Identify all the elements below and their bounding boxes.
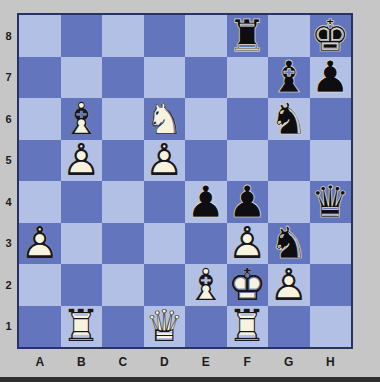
black-king[interactable]: ♚ bbox=[310, 15, 352, 57]
square-a4[interactable] bbox=[19, 181, 61, 223]
chess-board[interactable]: ♜♚♝♟♝♗♞♘♞♟♙♟♙♟♟♛♟♙♟♙♞♝♗♚♔♟♙♜♖♛♕♜♖ bbox=[17, 13, 353, 349]
square-d2[interactable] bbox=[144, 264, 186, 306]
square-b8[interactable] bbox=[61, 15, 103, 57]
square-g2[interactable]: ♟♙ bbox=[268, 264, 310, 306]
square-h5[interactable] bbox=[310, 140, 352, 182]
square-c7[interactable] bbox=[102, 57, 144, 99]
square-d5[interactable]: ♟♙ bbox=[144, 140, 186, 182]
square-b2[interactable] bbox=[61, 264, 103, 306]
square-g3[interactable]: ♞ bbox=[268, 223, 310, 265]
square-b4[interactable] bbox=[61, 181, 103, 223]
square-d7[interactable] bbox=[144, 57, 186, 99]
white-pawn[interactable]: ♙ bbox=[61, 140, 103, 182]
square-c6[interactable] bbox=[102, 98, 144, 140]
square-f1[interactable]: ♜♖ bbox=[227, 306, 269, 348]
white-rook[interactable]: ♖ bbox=[61, 306, 103, 348]
file-label-d: D bbox=[144, 351, 186, 373]
file-label-h: H bbox=[310, 351, 352, 373]
square-d3[interactable] bbox=[144, 223, 186, 265]
square-g6[interactable]: ♞ bbox=[268, 98, 310, 140]
square-h7[interactable]: ♟ bbox=[310, 57, 352, 99]
square-f3[interactable]: ♟♙ bbox=[227, 223, 269, 265]
square-f2[interactable]: ♚♔ bbox=[227, 264, 269, 306]
square-a8[interactable] bbox=[19, 15, 61, 57]
window-bottom-border bbox=[0, 377, 380, 382]
square-a3[interactable]: ♟♙ bbox=[19, 223, 61, 265]
square-e3[interactable] bbox=[185, 223, 227, 265]
rank-label-5: 5 bbox=[0, 140, 17, 182]
square-h2[interactable] bbox=[310, 264, 352, 306]
rank-label-3: 3 bbox=[0, 223, 17, 265]
square-c8[interactable] bbox=[102, 15, 144, 57]
rank-label-8: 8 bbox=[0, 15, 17, 57]
square-a5[interactable] bbox=[19, 140, 61, 182]
square-d4[interactable] bbox=[144, 181, 186, 223]
white-pawn[interactable]: ♙ bbox=[144, 140, 186, 182]
white-bishop[interactable]: ♗ bbox=[61, 98, 103, 140]
square-g4[interactable] bbox=[268, 181, 310, 223]
square-e2[interactable]: ♝♗ bbox=[185, 264, 227, 306]
square-h8[interactable]: ♚ bbox=[310, 15, 352, 57]
file-label-b: B bbox=[61, 351, 103, 373]
square-h3[interactable] bbox=[310, 223, 352, 265]
square-b5[interactable]: ♟♙ bbox=[61, 140, 103, 182]
white-pawn[interactable]: ♙ bbox=[227, 223, 269, 265]
rank-labels: 87654321 bbox=[0, 15, 17, 347]
square-h4[interactable]: ♛ bbox=[310, 181, 352, 223]
white-bishop-fill: ♝ bbox=[185, 264, 227, 306]
file-label-e: E bbox=[185, 351, 227, 373]
white-king[interactable]: ♔ bbox=[227, 264, 269, 306]
square-b6[interactable]: ♝♗ bbox=[61, 98, 103, 140]
square-d1[interactable]: ♛♕ bbox=[144, 306, 186, 348]
file-labels: ABCDEFGH bbox=[19, 351, 351, 373]
white-bishop[interactable]: ♗ bbox=[185, 264, 227, 306]
white-king-fill: ♚ bbox=[227, 264, 269, 306]
square-c3[interactable] bbox=[102, 223, 144, 265]
white-pawn-fill: ♟ bbox=[268, 264, 310, 306]
square-a7[interactable] bbox=[19, 57, 61, 99]
black-knight[interactable]: ♞ bbox=[268, 98, 310, 140]
black-queen[interactable]: ♛ bbox=[310, 181, 352, 223]
square-c1[interactable] bbox=[102, 306, 144, 348]
square-d6[interactable]: ♞♘ bbox=[144, 98, 186, 140]
square-g7[interactable]: ♝ bbox=[268, 57, 310, 99]
square-c5[interactable] bbox=[102, 140, 144, 182]
square-c2[interactable] bbox=[102, 264, 144, 306]
white-bishop-fill: ♝ bbox=[61, 98, 103, 140]
white-rook-fill: ♜ bbox=[227, 306, 269, 348]
black-rook[interactable]: ♜ bbox=[227, 15, 269, 57]
black-knight[interactable]: ♞ bbox=[268, 223, 310, 265]
black-pawn[interactable]: ♟ bbox=[310, 57, 352, 99]
white-knight-fill: ♞ bbox=[144, 98, 186, 140]
white-pawn[interactable]: ♙ bbox=[268, 264, 310, 306]
square-h6[interactable] bbox=[310, 98, 352, 140]
square-e6[interactable] bbox=[185, 98, 227, 140]
square-e8[interactable] bbox=[185, 15, 227, 57]
square-g5[interactable] bbox=[268, 140, 310, 182]
rank-label-6: 6 bbox=[0, 98, 17, 140]
square-b7[interactable] bbox=[61, 57, 103, 99]
square-g1[interactable] bbox=[268, 306, 310, 348]
square-g8[interactable] bbox=[268, 15, 310, 57]
white-pawn-fill: ♟ bbox=[144, 140, 186, 182]
square-b3[interactable] bbox=[61, 223, 103, 265]
rank-label-1: 1 bbox=[0, 306, 17, 348]
white-rook[interactable]: ♖ bbox=[227, 306, 269, 348]
white-queen-fill: ♛ bbox=[144, 306, 186, 348]
square-c4[interactable] bbox=[102, 181, 144, 223]
white-pawn[interactable]: ♙ bbox=[19, 223, 61, 265]
square-f4[interactable]: ♟ bbox=[227, 181, 269, 223]
square-e7[interactable] bbox=[185, 57, 227, 99]
file-label-a: A bbox=[19, 351, 61, 373]
square-d8[interactable] bbox=[144, 15, 186, 57]
black-bishop[interactable]: ♝ bbox=[268, 57, 310, 99]
square-e5[interactable] bbox=[185, 140, 227, 182]
rank-label-4: 4 bbox=[0, 181, 17, 223]
white-queen[interactable]: ♕ bbox=[144, 306, 186, 348]
rank-label-7: 7 bbox=[0, 57, 17, 99]
file-label-f: F bbox=[227, 351, 269, 373]
square-a1[interactable] bbox=[19, 306, 61, 348]
square-f7[interactable] bbox=[227, 57, 269, 99]
white-rook-fill: ♜ bbox=[61, 306, 103, 348]
square-f8[interactable]: ♜ bbox=[227, 15, 269, 57]
square-b1[interactable]: ♜♖ bbox=[61, 306, 103, 348]
black-pawn[interactable]: ♟ bbox=[227, 181, 269, 223]
white-pawn-fill: ♟ bbox=[19, 223, 61, 265]
black-pawn[interactable]: ♟ bbox=[185, 181, 227, 223]
square-e4[interactable]: ♟ bbox=[185, 181, 227, 223]
file-label-g: G bbox=[268, 351, 310, 373]
chess-diagram: 87654321 ♜♚♝♟♝♗♞♘♞♟♙♟♙♟♟♛♟♙♟♙♞♝♗♚♔♟♙♜♖♛♕… bbox=[0, 0, 380, 382]
square-f5[interactable] bbox=[227, 140, 269, 182]
white-knight[interactable]: ♘ bbox=[144, 98, 186, 140]
rank-label-2: 2 bbox=[0, 264, 17, 306]
square-f6[interactable] bbox=[227, 98, 269, 140]
file-label-c: C bbox=[102, 351, 144, 373]
white-pawn-fill: ♟ bbox=[227, 223, 269, 265]
square-a6[interactable] bbox=[19, 98, 61, 140]
white-pawn-fill: ♟ bbox=[61, 140, 103, 182]
square-h1[interactable] bbox=[310, 306, 352, 348]
square-a2[interactable] bbox=[19, 264, 61, 306]
square-e1[interactable] bbox=[185, 306, 227, 348]
